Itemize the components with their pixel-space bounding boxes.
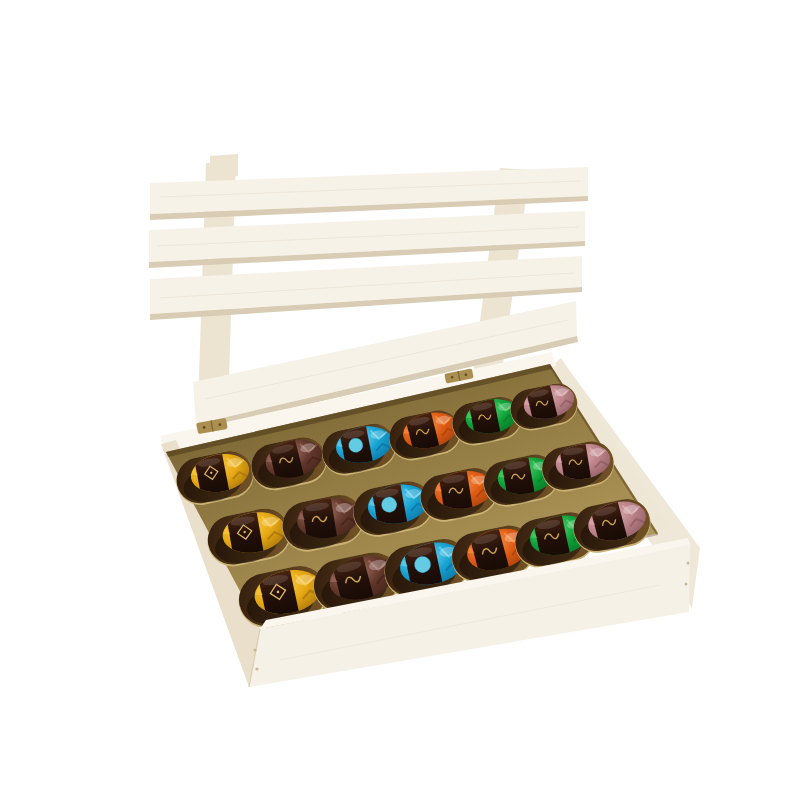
nail [255,667,258,670]
nail [687,562,690,565]
nail [253,648,256,651]
nail [685,583,688,586]
gift-box-scene [0,0,800,800]
product-photo-stage [0,0,800,800]
